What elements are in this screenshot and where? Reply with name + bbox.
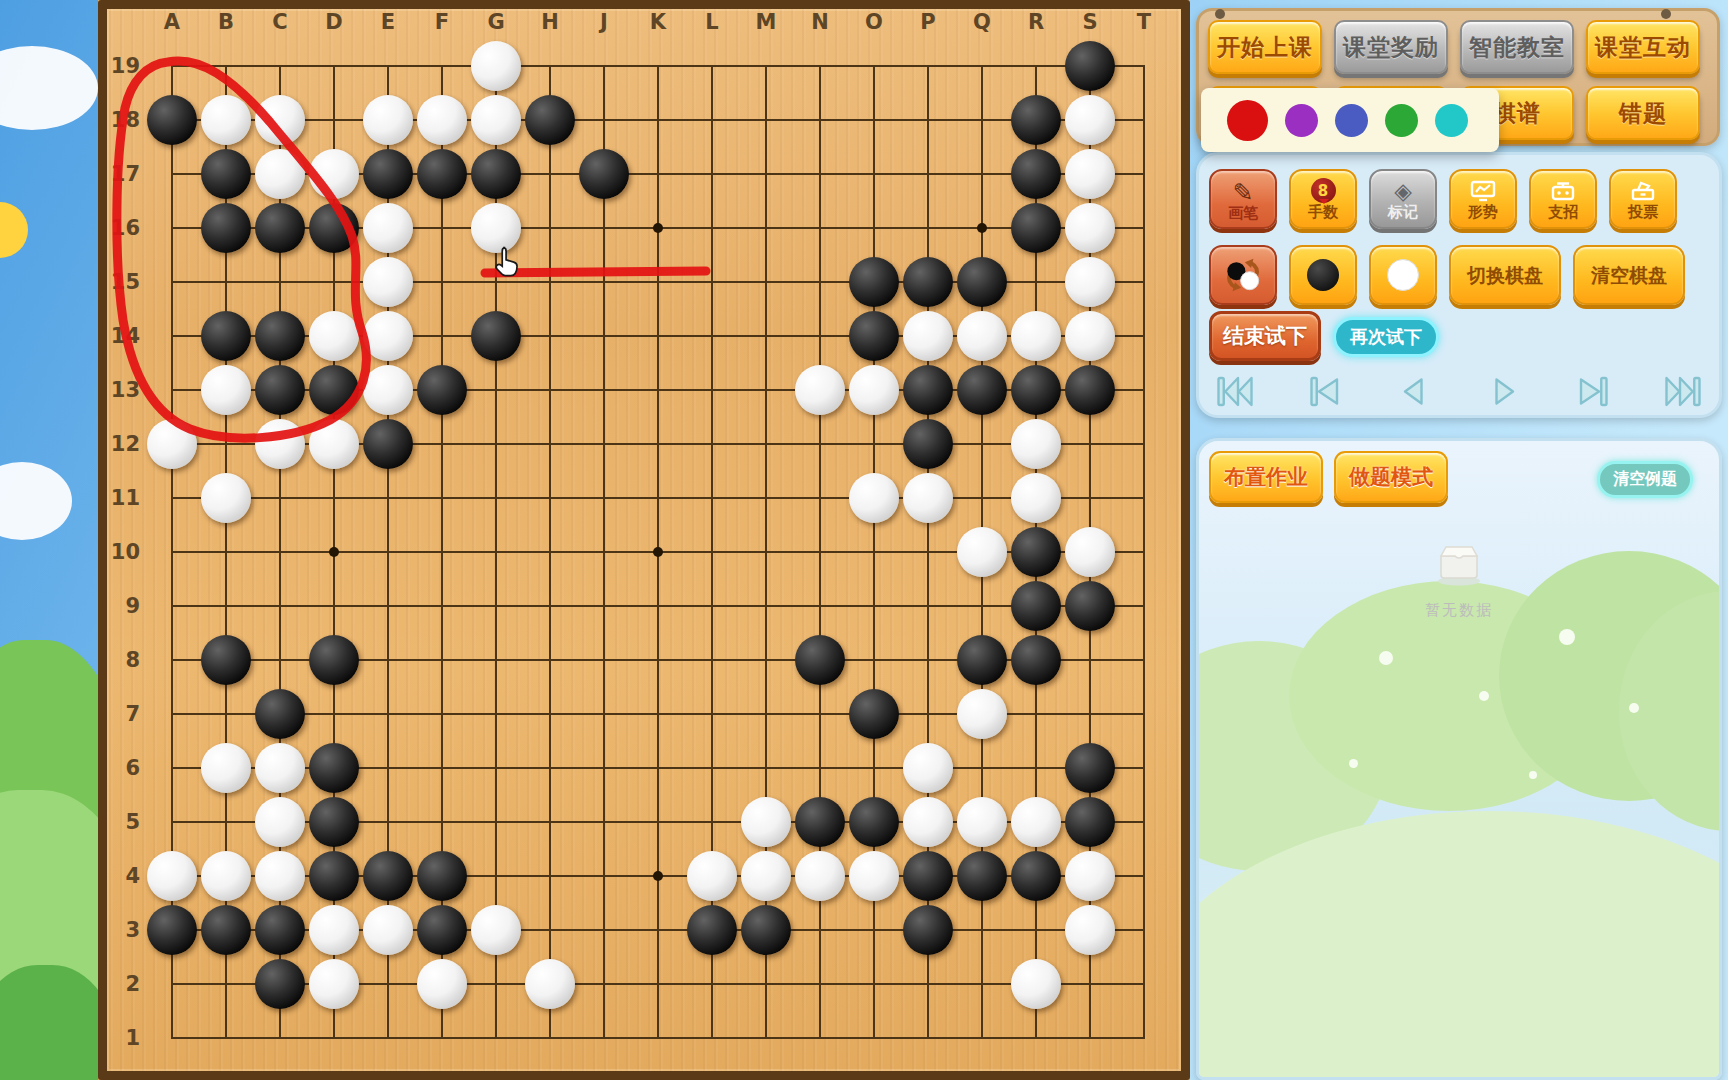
- tool-row-2: 切换棋盘清空棋盘: [1209, 245, 1685, 305]
- white-stone: [1011, 419, 1061, 469]
- cloud: [0, 46, 98, 130]
- hand-cursor-icon: [494, 246, 522, 278]
- go-board[interactable]: ABCDEFGHJKLMNOPQRST191817161514131211109…: [98, 0, 1190, 1080]
- black-stone: [417, 149, 467, 199]
- white-stone: [849, 851, 899, 901]
- black-stone: [363, 419, 413, 469]
- black-stone: [1011, 203, 1061, 253]
- black-stone-icon: [1307, 259, 1339, 291]
- white-stone: [309, 149, 359, 199]
- col-label: F: [427, 10, 457, 34]
- white-stone: [957, 797, 1007, 847]
- screen: ABCDEFGHJKLMNOPQRST191817161514131211109…: [0, 0, 1728, 1080]
- tool-button-形势[interactable]: 形势: [1449, 169, 1517, 229]
- white-stone: [363, 905, 413, 955]
- black-stone: [741, 905, 791, 955]
- tool-label: 切换棋盘: [1467, 267, 1543, 283]
- white-stone: [957, 689, 1007, 739]
- black-stone: [903, 419, 953, 469]
- bush-dot: [1479, 691, 1489, 701]
- white-stone: [309, 959, 359, 1009]
- fast-forward-icon[interactable]: [1571, 373, 1615, 409]
- white-stone: [201, 743, 251, 793]
- tool-button-标记[interactable]: ◈标记: [1369, 169, 1437, 229]
- star-point: [977, 223, 987, 233]
- white-stone: [1065, 311, 1115, 361]
- white-stone: [1065, 203, 1115, 253]
- jump-last-icon[interactable]: [1661, 373, 1705, 409]
- jump-first-icon[interactable]: [1213, 373, 1257, 409]
- black-stone: [309, 743, 359, 793]
- tool-label: 形势: [1468, 204, 1498, 220]
- row-label: 16: [106, 214, 140, 242]
- black-stone: [687, 905, 737, 955]
- col-label: N: [805, 10, 835, 34]
- black-stone: [309, 203, 359, 253]
- white-stone: [363, 257, 413, 307]
- white-stone: [957, 311, 1007, 361]
- tool-button-切换棋盘[interactable]: 切换棋盘: [1449, 245, 1561, 305]
- white-stone: [201, 95, 251, 145]
- black-stone: [957, 635, 1007, 685]
- white-stone: [309, 311, 359, 361]
- bush-dot: [1559, 629, 1575, 645]
- pencil-icon: ✎: [1233, 180, 1254, 206]
- white-stone: [255, 95, 305, 145]
- black-stone: [255, 311, 305, 361]
- empty-box-icon: [1432, 537, 1486, 587]
- row-label: 3: [106, 916, 140, 944]
- black-stone: [309, 851, 359, 901]
- header-button-错题[interactable]: 错题: [1586, 86, 1700, 140]
- black-stone: [1011, 851, 1061, 901]
- white-stone: [849, 365, 899, 415]
- tool-label: 画笔: [1228, 205, 1258, 221]
- tool-label: 支招: [1548, 204, 1578, 220]
- white-stone: [1011, 959, 1061, 1009]
- white-stone: [903, 311, 953, 361]
- row-label: 5: [106, 808, 140, 836]
- white-stone: [363, 203, 413, 253]
- assign-homework-button[interactable]: 布置作业: [1209, 451, 1323, 503]
- white-stone: [201, 365, 251, 415]
- black-stone: [1011, 365, 1061, 415]
- white-stone: [849, 473, 899, 523]
- white-stone: [255, 797, 305, 847]
- star-point: [653, 871, 663, 881]
- black-stone: [1065, 365, 1115, 415]
- white-stone: [957, 527, 1007, 577]
- star-point: [653, 223, 663, 233]
- col-label: O: [859, 10, 889, 34]
- white-stone: [471, 95, 521, 145]
- col-label: E: [373, 10, 403, 34]
- black-stone: [309, 635, 359, 685]
- white-stone: [309, 905, 359, 955]
- pin-icon: [1661, 9, 1671, 19]
- black-stone: [1065, 581, 1115, 631]
- col-label: M: [751, 10, 781, 34]
- bush-dot: [1529, 771, 1537, 779]
- white-stone: [471, 41, 521, 91]
- pen-color-popup: [1201, 88, 1499, 152]
- white-stone: [255, 419, 305, 469]
- black-stone: [255, 365, 305, 415]
- black-stone: [1011, 581, 1061, 631]
- black-stone: [849, 311, 899, 361]
- tool-button-swap-stones[interactable]: [1209, 245, 1277, 305]
- row-label: 19: [106, 52, 140, 80]
- black-stone: [255, 689, 305, 739]
- white-stone-icon: [1387, 259, 1419, 291]
- white-stone: [795, 851, 845, 901]
- row-label: 13: [106, 376, 140, 404]
- col-label: A: [157, 10, 187, 34]
- row-label: 15: [106, 268, 140, 296]
- retry-trial-button[interactable]: 再次试下: [1333, 317, 1439, 357]
- empty-state: 暂无数据: [1199, 537, 1719, 620]
- black-stone: [147, 905, 197, 955]
- pen-color-swatch-3[interactable]: [1385, 104, 1418, 137]
- tool-button-支招[interactable]: 支招: [1529, 169, 1597, 229]
- col-label: Q: [967, 10, 997, 34]
- col-label: K: [643, 10, 673, 34]
- black-stone: [903, 905, 953, 955]
- tool-label: 清空棋盘: [1591, 267, 1667, 283]
- step-forward-icon[interactable]: [1482, 373, 1526, 409]
- black-stone: [795, 797, 845, 847]
- black-stone: [363, 149, 413, 199]
- header-button-开始上课[interactable]: 开始上课: [1208, 20, 1322, 74]
- tool-button-画笔[interactable]: ✎画笔: [1209, 169, 1277, 229]
- bush-dot: [1349, 759, 1358, 768]
- row-label: 18: [106, 106, 140, 134]
- row-label: 11: [106, 484, 140, 512]
- white-stone: [1065, 257, 1115, 307]
- white-stone: [363, 311, 413, 361]
- header-button-课堂奖励[interactable]: 课堂奖励: [1334, 20, 1448, 74]
- white-stone: [417, 959, 467, 1009]
- black-stone: [903, 851, 953, 901]
- black-stone: [417, 365, 467, 415]
- sun: [0, 202, 28, 258]
- white-stone: [255, 851, 305, 901]
- white-stone: [147, 419, 197, 469]
- row-label: 14: [106, 322, 140, 350]
- black-stone: [201, 203, 251, 253]
- black-stone: [417, 851, 467, 901]
- black-stone: [201, 905, 251, 955]
- white-stone: [363, 95, 413, 145]
- tool-label: 标记: [1388, 204, 1418, 220]
- pen-color-swatch-0[interactable]: [1227, 100, 1268, 141]
- col-label: P: [913, 10, 943, 34]
- homework-panel: 布置作业 做题模式 清空例题 暂无数据: [1196, 438, 1722, 1080]
- tool-panel: ✎画笔8手数◈标记形势支招投票 切换棋盘清空棋盘 结束试下 再次试下: [1196, 152, 1722, 418]
- quiz-mode-button[interactable]: 做题模式: [1334, 451, 1448, 503]
- header-row-1: 开始上课课堂奖励智能教室课堂互动: [1208, 20, 1700, 74]
- black-stone: [1011, 95, 1061, 145]
- black-stone: [309, 797, 359, 847]
- row-label: 8: [106, 646, 140, 674]
- col-label: L: [697, 10, 727, 34]
- col-label: R: [1021, 10, 1051, 34]
- star-point: [653, 547, 663, 557]
- white-stone: [1011, 473, 1061, 523]
- white-stone: [903, 743, 953, 793]
- black-stone: [579, 149, 629, 199]
- black-stone: [849, 689, 899, 739]
- move-number-icon: 8: [1311, 178, 1336, 203]
- row-label: 7: [106, 700, 140, 728]
- white-stone: [525, 959, 575, 1009]
- row-label: 4: [106, 862, 140, 890]
- tool-row-1: ✎画笔8手数◈标记形势支招投票: [1209, 169, 1677, 229]
- empty-text: 暂无数据: [1425, 601, 1493, 620]
- black-stone: [849, 257, 899, 307]
- tool-button-清空棋盘[interactable]: 清空棋盘: [1573, 245, 1685, 305]
- black-stone: [849, 797, 899, 847]
- pen-color-swatch-1[interactable]: [1285, 104, 1318, 137]
- row-label: 6: [106, 754, 140, 782]
- grid-line: [171, 1037, 1145, 1039]
- territory-chart-icon: [1470, 179, 1496, 203]
- white-stone: [201, 851, 251, 901]
- white-stone: [1065, 905, 1115, 955]
- col-label: H: [535, 10, 565, 34]
- row-label: 9: [106, 592, 140, 620]
- white-stone: [795, 365, 845, 415]
- step-back-icon[interactable]: [1392, 373, 1436, 409]
- black-stone: [471, 149, 521, 199]
- white-stone: [471, 905, 521, 955]
- white-stone: [309, 419, 359, 469]
- white-stone: [903, 797, 953, 847]
- black-stone: [201, 149, 251, 199]
- white-stone: [1011, 311, 1061, 361]
- row-label: 12: [106, 430, 140, 458]
- black-stone: [147, 95, 197, 145]
- col-label: S: [1075, 10, 1105, 34]
- row-label: 10: [106, 538, 140, 566]
- black-stone: [417, 905, 467, 955]
- black-stone: [1011, 527, 1061, 577]
- white-stone: [255, 149, 305, 199]
- grid-line: [171, 605, 1145, 607]
- black-stone: [471, 311, 521, 361]
- black-stone: [255, 905, 305, 955]
- black-stone: [957, 851, 1007, 901]
- robot-hint-icon: [1550, 179, 1576, 203]
- white-stone: [417, 95, 467, 145]
- black-stone: [201, 635, 251, 685]
- tool-button-手数[interactable]: 8手数: [1289, 169, 1357, 229]
- pen-color-swatch-4[interactable]: [1435, 104, 1468, 137]
- col-label: T: [1129, 10, 1159, 34]
- black-stone: [1065, 797, 1115, 847]
- tool-label: 投票: [1628, 204, 1658, 220]
- tool-button-投票[interactable]: 投票: [1609, 169, 1677, 229]
- white-stone: [1011, 797, 1061, 847]
- white-stone: [201, 473, 251, 523]
- black-stone: [957, 365, 1007, 415]
- bush-dot: [1629, 703, 1639, 713]
- tool-button-black-stone[interactable]: [1289, 245, 1357, 305]
- white-stone: [1065, 527, 1115, 577]
- col-label: J: [589, 10, 619, 34]
- star-point: [329, 547, 339, 557]
- black-stone: [903, 257, 953, 307]
- row-label: 17: [106, 160, 140, 188]
- ballot-icon: [1630, 179, 1656, 203]
- white-stone: [147, 851, 197, 901]
- white-stone: [687, 851, 737, 901]
- row-label: 1: [106, 1024, 140, 1052]
- black-stone: [903, 365, 953, 415]
- grid-line: [1143, 65, 1145, 1039]
- pen-color-swatch-2[interactable]: [1335, 104, 1368, 137]
- col-label: G: [481, 10, 511, 34]
- header-button-课堂互动[interactable]: 课堂互动: [1586, 20, 1700, 74]
- row-label: 2: [106, 970, 140, 998]
- black-stone: [255, 959, 305, 1009]
- black-stone: [363, 851, 413, 901]
- diamond-mark-icon: ◈: [1394, 179, 1412, 203]
- col-label: D: [319, 10, 349, 34]
- black-stone: [1065, 743, 1115, 793]
- white-stone: [1065, 851, 1115, 901]
- col-label: C: [265, 10, 295, 34]
- black-stone: [201, 311, 251, 361]
- black-stone: [255, 203, 305, 253]
- pin-icon: [1215, 9, 1225, 19]
- white-stone: [741, 851, 791, 901]
- white-stone: [903, 473, 953, 523]
- tool-button-white-stone[interactable]: [1369, 245, 1437, 305]
- bush-dot: [1379, 651, 1393, 665]
- col-label: B: [211, 10, 241, 34]
- black-stone: [1011, 635, 1061, 685]
- white-stone: [741, 797, 791, 847]
- black-stone: [1065, 41, 1115, 91]
- clear-examples-button[interactable]: 清空例题: [1597, 461, 1693, 498]
- white-stone: [1065, 149, 1115, 199]
- header-button-智能教室[interactable]: 智能教室: [1460, 20, 1574, 74]
- cloud: [0, 462, 72, 540]
- white-stone: [363, 365, 413, 415]
- black-stone: [1011, 149, 1061, 199]
- fast-back-icon[interactable]: [1303, 373, 1347, 409]
- swap-stones-icon: [1222, 256, 1264, 294]
- black-stone: [525, 95, 575, 145]
- black-stone: [795, 635, 845, 685]
- white-stone: [255, 743, 305, 793]
- black-stone: [309, 365, 359, 415]
- move-navigation: [1199, 373, 1719, 409]
- end-trial-button[interactable]: 结束试下: [1209, 311, 1321, 361]
- black-stone: [957, 257, 1007, 307]
- white-stone: [1065, 95, 1115, 145]
